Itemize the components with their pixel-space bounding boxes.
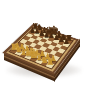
- square-h1: [46, 62, 55, 68]
- chess-set-photo: ♜♞♝♛♚♝♞♜♟♟♟♟♟♟♟♟♟♟♟♟♟♟♟♟♜♞♝♛♚♝♞♜: [0, 0, 88, 88]
